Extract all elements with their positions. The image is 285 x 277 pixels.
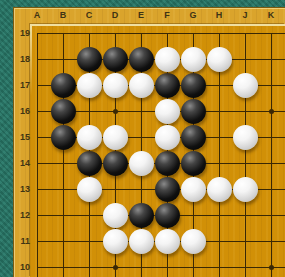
white-stone-glyph: ○: [103, 229, 128, 254]
white-stone-D17[interactable]: ○: [103, 73, 128, 98]
col-label-D: D: [102, 9, 128, 21]
row-label-16: 16: [14, 105, 30, 117]
white-stone-D15[interactable]: ○: [103, 125, 128, 150]
row-label-14: 14: [14, 157, 30, 169]
white-stone-glyph: ○: [181, 47, 206, 72]
row-label-17: 17: [14, 79, 30, 91]
white-stone-glyph: ○: [155, 229, 180, 254]
grid-line-row-19: [37, 33, 285, 34]
white-stone-F18[interactable]: ○: [155, 47, 180, 72]
grid-line-row-10: [37, 267, 285, 268]
white-stone-glyph: ○: [233, 177, 258, 202]
black-stone-glyph: ●: [129, 203, 154, 228]
white-stone-glyph: ○: [129, 73, 154, 98]
black-stone-glyph: ●: [103, 47, 128, 72]
white-stone-G11[interactable]: ○: [181, 229, 206, 254]
black-stone-D14[interactable]: ●: [103, 151, 128, 176]
white-stone-glyph: ○: [103, 203, 128, 228]
black-stone-glyph: ●: [51, 73, 76, 98]
col-label-K: K: [258, 9, 284, 21]
col-label-B: B: [50, 9, 76, 21]
white-stone-glyph: ○: [155, 125, 180, 150]
white-stone-H18[interactable]: ○: [207, 47, 232, 72]
black-stone-F13[interactable]: ●: [155, 177, 180, 202]
row-label-11: 11: [14, 235, 30, 247]
black-stone-glyph: ●: [51, 125, 76, 150]
black-stone-E18[interactable]: ●: [129, 47, 154, 72]
white-stone-glyph: ○: [103, 73, 128, 98]
black-stone-E12[interactable]: ●: [129, 203, 154, 228]
white-stone-glyph: ○: [129, 151, 154, 176]
white-stone-glyph: ○: [233, 125, 258, 150]
white-stone-glyph: ○: [207, 177, 232, 202]
white-stone-D11[interactable]: ○: [103, 229, 128, 254]
black-stone-glyph: ●: [181, 151, 206, 176]
white-stone-C15[interactable]: ○: [77, 125, 102, 150]
white-stone-J13[interactable]: ○: [233, 177, 258, 202]
star-point-K10: [269, 265, 274, 270]
star-point-K16: [269, 109, 274, 114]
white-stone-glyph: ○: [77, 125, 102, 150]
black-stone-glyph: ●: [181, 125, 206, 150]
white-stone-glyph: ○: [103, 125, 128, 150]
white-stone-D12[interactable]: ○: [103, 203, 128, 228]
col-label-J: J: [232, 9, 258, 21]
black-stone-F12[interactable]: ●: [155, 203, 180, 228]
col-label-F: F: [154, 9, 180, 21]
white-stone-H13[interactable]: ○: [207, 177, 232, 202]
black-stone-glyph: ●: [155, 203, 180, 228]
white-stone-glyph: ○: [77, 177, 102, 202]
black-stone-F14[interactable]: ●: [155, 151, 180, 176]
white-stone-C13[interactable]: ○: [77, 177, 102, 202]
black-stone-glyph: ●: [103, 151, 128, 176]
black-stone-F17[interactable]: ●: [155, 73, 180, 98]
white-stone-C17[interactable]: ○: [77, 73, 102, 98]
row-label-12: 12: [14, 209, 30, 221]
star-point-D16: [113, 109, 118, 114]
white-stone-E14[interactable]: ○: [129, 151, 154, 176]
col-label-G: G: [180, 9, 206, 21]
black-stone-D18[interactable]: ●: [103, 47, 128, 72]
white-stone-J15[interactable]: ○: [233, 125, 258, 150]
go-game-screenshot: ●●●●●●●●●●●●●●●●●○○○○○○○○○○○○○○○○○○○○○○ …: [0, 0, 285, 277]
row-label-10: 10: [14, 261, 30, 273]
black-stone-glyph: ●: [155, 151, 180, 176]
black-stone-glyph: ●: [129, 47, 154, 72]
col-label-C: C: [76, 9, 102, 21]
white-stone-glyph: ○: [181, 229, 206, 254]
row-label-13: 13: [14, 183, 30, 195]
black-stone-G14[interactable]: ●: [181, 151, 206, 176]
black-stone-glyph: ●: [155, 73, 180, 98]
black-stone-glyph: ●: [181, 73, 206, 98]
black-stone-B17[interactable]: ●: [51, 73, 76, 98]
white-stone-glyph: ○: [233, 73, 258, 98]
white-stone-E17[interactable]: ○: [129, 73, 154, 98]
col-label-A: A: [24, 9, 50, 21]
white-stone-F16[interactable]: ○: [155, 99, 180, 124]
black-stone-B16[interactable]: ●: [51, 99, 76, 124]
row-label-15: 15: [14, 131, 30, 143]
black-stone-glyph: ●: [77, 151, 102, 176]
white-stone-glyph: ○: [155, 47, 180, 72]
black-stone-glyph: ●: [181, 99, 206, 124]
white-stone-glyph: ○: [181, 177, 206, 202]
black-stone-G15[interactable]: ●: [181, 125, 206, 150]
black-stone-glyph: ●: [77, 47, 102, 72]
white-stone-glyph: ○: [207, 47, 232, 72]
black-stone-C18[interactable]: ●: [77, 47, 102, 72]
black-stone-C14[interactable]: ●: [77, 151, 102, 176]
col-label-H: H: [206, 9, 232, 21]
white-stone-J17[interactable]: ○: [233, 73, 258, 98]
col-label-E: E: [128, 9, 154, 21]
black-stone-B15[interactable]: ●: [51, 125, 76, 150]
row-label-19: 19: [14, 27, 30, 39]
star-point-D10: [113, 265, 118, 270]
black-stone-G17[interactable]: ●: [181, 73, 206, 98]
white-stone-glyph: ○: [155, 99, 180, 124]
black-stone-G16[interactable]: ●: [181, 99, 206, 124]
white-stone-G13[interactable]: ○: [181, 177, 206, 202]
black-stone-glyph: ●: [51, 99, 76, 124]
white-stone-glyph: ○: [129, 229, 154, 254]
black-stone-glyph: ●: [155, 177, 180, 202]
row-label-18: 18: [14, 53, 30, 65]
white-stone-E11[interactable]: ○: [129, 229, 154, 254]
white-stone-F11[interactable]: ○: [155, 229, 180, 254]
white-stone-glyph: ○: [77, 73, 102, 98]
white-stone-G18[interactable]: ○: [181, 47, 206, 72]
white-stone-F15[interactable]: ○: [155, 125, 180, 150]
